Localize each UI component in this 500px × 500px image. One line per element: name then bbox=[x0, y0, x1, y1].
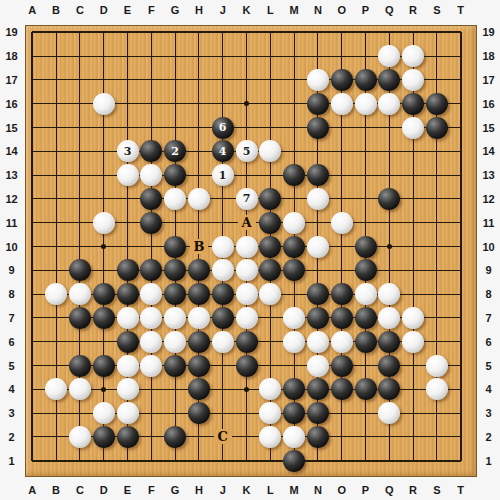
coordinate-label-left: 14 bbox=[1, 144, 22, 158]
stone-black-M4 bbox=[283, 378, 305, 400]
stone-white-E7 bbox=[117, 307, 139, 329]
coordinate-label-right: 3 bbox=[478, 406, 499, 420]
point-label-B: B bbox=[190, 239, 208, 254]
coordinate-label-bottom: G bbox=[166, 483, 184, 497]
stone-white-D16 bbox=[93, 93, 115, 115]
coordinate-label-top: H bbox=[190, 3, 208, 17]
stone-white-R18 bbox=[402, 45, 424, 67]
stone-black-N2 bbox=[307, 426, 329, 448]
coordinate-label-left: 15 bbox=[1, 121, 22, 135]
stone-black-M13 bbox=[283, 164, 305, 186]
grid-line-vertical bbox=[460, 32, 462, 460]
star-point bbox=[101, 244, 106, 249]
stone-white-K12: 7 bbox=[236, 188, 258, 210]
coordinate-label-bottom: K bbox=[238, 483, 256, 497]
stone-black-Q17 bbox=[378, 69, 400, 91]
stone-white-E14: 3 bbox=[117, 140, 139, 162]
stone-black-E8 bbox=[117, 283, 139, 305]
stone-white-R17 bbox=[402, 69, 424, 91]
stone-black-F11 bbox=[140, 212, 162, 234]
stone-white-O6 bbox=[331, 331, 353, 353]
stone-white-N17 bbox=[307, 69, 329, 91]
coordinate-label-bottom: D bbox=[95, 483, 113, 497]
stone-black-P4 bbox=[355, 378, 377, 400]
stone-black-C7 bbox=[69, 307, 91, 329]
stone-black-H6 bbox=[188, 331, 210, 353]
move-number: 3 bbox=[124, 146, 132, 157]
move-number: 5 bbox=[243, 146, 251, 157]
stone-black-Q5 bbox=[378, 355, 400, 377]
coordinate-label-bottom: O bbox=[333, 483, 351, 497]
star-point bbox=[387, 244, 392, 249]
stone-white-F7 bbox=[140, 307, 162, 329]
coordinate-label-top: N bbox=[309, 3, 327, 17]
coordinate-label-bottom: Q bbox=[380, 483, 398, 497]
coordinate-label-top: A bbox=[23, 3, 41, 17]
stone-black-H8 bbox=[188, 283, 210, 305]
stone-black-L9 bbox=[259, 259, 281, 281]
stone-white-M6 bbox=[283, 331, 305, 353]
coordinate-label-bottom: J bbox=[214, 483, 232, 497]
stone-black-O8 bbox=[331, 283, 353, 305]
stone-white-D11 bbox=[93, 212, 115, 234]
stone-white-E5 bbox=[117, 355, 139, 377]
stone-white-N10 bbox=[307, 236, 329, 258]
stone-white-Q7 bbox=[378, 307, 400, 329]
grid-line-horizontal bbox=[32, 460, 460, 462]
stone-white-K10 bbox=[236, 236, 258, 258]
stone-black-G9 bbox=[164, 259, 186, 281]
move-number: 6 bbox=[219, 122, 227, 133]
move-number: 2 bbox=[171, 146, 179, 157]
stone-black-E2 bbox=[117, 426, 139, 448]
stone-black-J8 bbox=[212, 283, 234, 305]
stone-white-K9 bbox=[236, 259, 258, 281]
coordinate-label-top: J bbox=[214, 3, 232, 17]
coordinate-label-bottom: L bbox=[261, 483, 279, 497]
stone-white-G12 bbox=[164, 188, 186, 210]
stone-white-L2 bbox=[259, 426, 281, 448]
stone-black-P9 bbox=[355, 259, 377, 281]
point-label-C: C bbox=[214, 429, 232, 444]
stone-white-P8 bbox=[355, 283, 377, 305]
stone-black-N15 bbox=[307, 117, 329, 139]
coordinate-label-bottom: N bbox=[309, 483, 327, 497]
stone-black-F14 bbox=[140, 140, 162, 162]
stone-black-C9 bbox=[69, 259, 91, 281]
coordinate-label-left: 12 bbox=[1, 192, 22, 206]
stone-white-N5 bbox=[307, 355, 329, 377]
coordinate-label-top: P bbox=[357, 3, 375, 17]
coordinate-label-right: 4 bbox=[478, 382, 499, 396]
move-number: 1 bbox=[219, 170, 227, 181]
stone-black-G14: 2 bbox=[164, 140, 186, 162]
coordinate-label-bottom: E bbox=[119, 483, 137, 497]
stone-black-L12 bbox=[259, 188, 281, 210]
stone-white-L8 bbox=[259, 283, 281, 305]
stone-black-H9 bbox=[188, 259, 210, 281]
stone-white-Q16 bbox=[378, 93, 400, 115]
coordinate-label-left: 16 bbox=[1, 97, 22, 111]
stone-black-K5 bbox=[236, 355, 258, 377]
coordinate-label-right: 8 bbox=[478, 287, 499, 301]
stone-black-H4 bbox=[188, 378, 210, 400]
stone-black-D2 bbox=[93, 426, 115, 448]
stone-black-D8 bbox=[93, 283, 115, 305]
coordinate-label-right: 19 bbox=[478, 25, 499, 39]
move-number: 7 bbox=[243, 193, 251, 204]
stone-black-O17 bbox=[331, 69, 353, 91]
star-point bbox=[244, 387, 249, 392]
move-number: 4 bbox=[219, 146, 227, 157]
stone-white-R7 bbox=[402, 307, 424, 329]
stone-black-H3 bbox=[188, 402, 210, 424]
stone-white-H7 bbox=[188, 307, 210, 329]
coordinate-label-right: 12 bbox=[478, 192, 499, 206]
coordinate-label-bottom: P bbox=[357, 483, 375, 497]
stone-white-N12 bbox=[307, 188, 329, 210]
stone-black-G8 bbox=[164, 283, 186, 305]
coordinate-label-right: 17 bbox=[478, 73, 499, 87]
stone-black-M9 bbox=[283, 259, 305, 281]
coordinate-label-left: 3 bbox=[1, 406, 22, 420]
stone-black-K6 bbox=[236, 331, 258, 353]
coordinate-label-right: 11 bbox=[478, 216, 499, 230]
stone-white-B8 bbox=[45, 283, 67, 305]
coordinate-label-bottom: H bbox=[190, 483, 208, 497]
stone-black-N8 bbox=[307, 283, 329, 305]
stone-white-R15 bbox=[402, 117, 424, 139]
stone-black-O5 bbox=[331, 355, 353, 377]
stone-black-P17 bbox=[355, 69, 377, 91]
stone-black-P6 bbox=[355, 331, 377, 353]
stone-white-Q3 bbox=[378, 402, 400, 424]
stone-white-E3 bbox=[117, 402, 139, 424]
stone-black-J14: 4 bbox=[212, 140, 234, 162]
stone-white-F8 bbox=[140, 283, 162, 305]
stone-white-O16 bbox=[331, 93, 353, 115]
stone-black-J15: 6 bbox=[212, 117, 234, 139]
coordinate-label-bottom: M bbox=[285, 483, 303, 497]
stone-white-C8 bbox=[69, 283, 91, 305]
coordinate-label-left: 19 bbox=[1, 25, 22, 39]
coordinate-label-bottom: S bbox=[428, 483, 446, 497]
stone-white-B4 bbox=[45, 378, 67, 400]
stone-black-N4 bbox=[307, 378, 329, 400]
coordinate-label-left: 5 bbox=[1, 359, 22, 373]
stone-black-N13 bbox=[307, 164, 329, 186]
star-point bbox=[101, 387, 106, 392]
stone-white-K14: 5 bbox=[236, 140, 258, 162]
stone-black-Q4 bbox=[378, 378, 400, 400]
stone-white-F5 bbox=[140, 355, 162, 377]
coordinate-label-right: 18 bbox=[478, 49, 499, 63]
stone-white-J9 bbox=[212, 259, 234, 281]
coordinate-label-top: K bbox=[238, 3, 256, 17]
coordinate-label-top: O bbox=[333, 3, 351, 17]
stone-black-F9 bbox=[140, 259, 162, 281]
coordinate-label-right: 14 bbox=[478, 144, 499, 158]
coordinate-label-top: M bbox=[285, 3, 303, 17]
stone-black-M1 bbox=[283, 450, 305, 472]
stone-white-G7 bbox=[164, 307, 186, 329]
stone-black-H5 bbox=[188, 355, 210, 377]
stone-black-N16 bbox=[307, 93, 329, 115]
coordinate-label-top: C bbox=[71, 3, 89, 17]
stone-white-Q8 bbox=[378, 283, 400, 305]
coordinate-label-left: 4 bbox=[1, 382, 22, 396]
coordinate-label-top: D bbox=[95, 3, 113, 17]
stone-white-N6 bbox=[307, 331, 329, 353]
stone-black-L11 bbox=[259, 212, 281, 234]
stone-white-C2 bbox=[69, 426, 91, 448]
stone-white-J6 bbox=[212, 331, 234, 353]
stone-black-G2 bbox=[164, 426, 186, 448]
coordinate-label-left: 18 bbox=[1, 49, 22, 63]
coordinate-label-bottom: A bbox=[23, 483, 41, 497]
stone-black-P7 bbox=[355, 307, 377, 329]
stone-black-C5 bbox=[69, 355, 91, 377]
stone-white-G6 bbox=[164, 331, 186, 353]
coordinate-label-right: 16 bbox=[478, 97, 499, 111]
coordinate-label-right: 2 bbox=[478, 430, 499, 444]
coordinate-label-top: R bbox=[404, 3, 422, 17]
stone-white-S5 bbox=[426, 355, 448, 377]
coordinate-label-top: F bbox=[142, 3, 160, 17]
coordinate-label-bottom: C bbox=[71, 483, 89, 497]
board-overlay: AABBCCDDEEFFGGHHJJKKLLMMNNOOPPQQRRSSTT19… bbox=[0, 0, 500, 500]
coordinate-label-top: Q bbox=[380, 3, 398, 17]
stone-black-S15 bbox=[426, 117, 448, 139]
coordinate-label-bottom: R bbox=[404, 483, 422, 497]
stone-white-H12 bbox=[188, 188, 210, 210]
coordinate-label-left: 9 bbox=[1, 263, 22, 277]
stone-white-J10 bbox=[212, 236, 234, 258]
coordinate-label-top: L bbox=[261, 3, 279, 17]
stone-black-N3 bbox=[307, 402, 329, 424]
coordinate-label-left: 8 bbox=[1, 287, 22, 301]
stone-white-L3 bbox=[259, 402, 281, 424]
coordinate-label-left: 10 bbox=[1, 240, 22, 254]
point-label-A: A bbox=[238, 215, 256, 230]
stone-black-D5 bbox=[93, 355, 115, 377]
stone-white-O11 bbox=[331, 212, 353, 234]
stone-white-L4 bbox=[259, 378, 281, 400]
coordinate-label-top: G bbox=[166, 3, 184, 17]
coordinate-label-right: 13 bbox=[478, 168, 499, 182]
coordinate-label-left: 7 bbox=[1, 311, 22, 325]
stone-black-E9 bbox=[117, 259, 139, 281]
stone-white-J13: 1 bbox=[212, 164, 234, 186]
coordinate-label-right: 15 bbox=[478, 121, 499, 135]
coordinate-label-left: 17 bbox=[1, 73, 22, 87]
stone-black-G13 bbox=[164, 164, 186, 186]
stone-white-M7 bbox=[283, 307, 305, 329]
stone-black-O7 bbox=[331, 307, 353, 329]
coordinate-label-top: S bbox=[428, 3, 446, 17]
stone-white-F6 bbox=[140, 331, 162, 353]
stone-white-E13 bbox=[117, 164, 139, 186]
star-point bbox=[244, 101, 249, 106]
coordinate-label-right: 6 bbox=[478, 335, 499, 349]
stone-white-S4 bbox=[426, 378, 448, 400]
coordinate-label-bottom: B bbox=[47, 483, 65, 497]
stone-white-M11 bbox=[283, 212, 305, 234]
stone-black-O4 bbox=[331, 378, 353, 400]
coordinate-label-bottom: F bbox=[142, 483, 160, 497]
stone-black-M10 bbox=[283, 236, 305, 258]
stone-black-G10 bbox=[164, 236, 186, 258]
go-board-screenshot: AABBCCDDEEFFGGHHJJKKLLMMNNOOPPQQRRSSTT19… bbox=[0, 0, 500, 500]
stone-black-E6 bbox=[117, 331, 139, 353]
coordinate-label-bottom: T bbox=[452, 483, 470, 497]
stone-white-P16 bbox=[355, 93, 377, 115]
stone-white-K7 bbox=[236, 307, 258, 329]
stone-white-L14 bbox=[259, 140, 281, 162]
coordinate-label-top: B bbox=[47, 3, 65, 17]
stone-black-P10 bbox=[355, 236, 377, 258]
stone-black-F12 bbox=[140, 188, 162, 210]
stone-white-Q18 bbox=[378, 45, 400, 67]
stone-white-C4 bbox=[69, 378, 91, 400]
stone-black-Q6 bbox=[378, 331, 400, 353]
stone-black-G5 bbox=[164, 355, 186, 377]
stone-white-K8 bbox=[236, 283, 258, 305]
coordinate-label-top: T bbox=[452, 3, 470, 17]
stone-black-N7 bbox=[307, 307, 329, 329]
stone-black-L10 bbox=[259, 236, 281, 258]
coordinate-label-right: 7 bbox=[478, 311, 499, 325]
stone-black-D7 bbox=[93, 307, 115, 329]
coordinate-label-right: 10 bbox=[478, 240, 499, 254]
stone-white-R6 bbox=[402, 331, 424, 353]
stone-white-E4 bbox=[117, 378, 139, 400]
stone-black-R16 bbox=[402, 93, 424, 115]
stone-black-S16 bbox=[426, 93, 448, 115]
stone-white-F13 bbox=[140, 164, 162, 186]
coordinate-label-right: 1 bbox=[478, 454, 499, 468]
coordinate-label-right: 5 bbox=[478, 359, 499, 373]
stone-black-Q12 bbox=[378, 188, 400, 210]
coordinate-label-left: 1 bbox=[1, 454, 22, 468]
coordinate-label-left: 11 bbox=[1, 216, 22, 230]
stone-black-M3 bbox=[283, 402, 305, 424]
coordinate-label-right: 9 bbox=[478, 263, 499, 277]
stone-white-D3 bbox=[93, 402, 115, 424]
coordinate-label-left: 13 bbox=[1, 168, 22, 182]
stone-black-J7 bbox=[212, 307, 234, 329]
coordinate-label-top: E bbox=[119, 3, 137, 17]
coordinate-label-left: 2 bbox=[1, 430, 22, 444]
stone-white-M2 bbox=[283, 426, 305, 448]
coordinate-label-left: 6 bbox=[1, 335, 22, 349]
